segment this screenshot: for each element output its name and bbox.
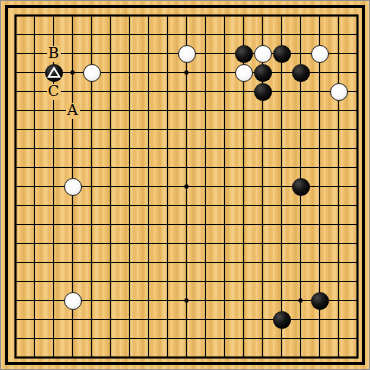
black-stone: [311, 292, 329, 310]
white-stone: [330, 83, 348, 101]
white-stone: [254, 45, 272, 63]
black-stone: [254, 83, 272, 101]
white-stone: [178, 45, 196, 63]
black-stone: [254, 64, 272, 82]
black-stone: [235, 45, 253, 63]
white-stone: [311, 45, 329, 63]
board-label-b[interactable]: B: [47, 46, 61, 62]
black-stone: [273, 45, 291, 63]
go-diagram: BCA: [0, 0, 370, 370]
black-stone: [292, 178, 310, 196]
white-stone: [83, 64, 101, 82]
black-stone: [273, 311, 291, 329]
go-board[interactable]: BCA: [6, 6, 367, 367]
triangle-mark-icon: [45, 64, 63, 82]
black-stone: [45, 64, 63, 82]
white-stone: [64, 292, 82, 310]
white-stone: [64, 178, 82, 196]
black-stone: [292, 64, 310, 82]
white-stone: [235, 64, 253, 82]
board-label-a[interactable]: A: [66, 103, 80, 119]
board-label-c[interactable]: C: [47, 84, 61, 100]
